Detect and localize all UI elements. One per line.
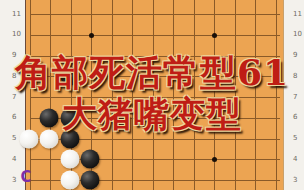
row-label-left-11: 11 (12, 11, 21, 18)
row-label-right-4: 4 (293, 156, 297, 163)
row-label-right-10: 10 (293, 31, 302, 38)
row-label-left-4: 4 (12, 156, 16, 163)
star-point-K10 (212, 33, 217, 38)
row-label-left-10: 10 (12, 31, 21, 38)
row-label-right-5: 5 (293, 135, 297, 142)
star-point-D10 (89, 33, 94, 38)
row-label-right-11: 11 (293, 11, 302, 18)
row-label-left-3: 3 (12, 177, 16, 184)
star-point-K4 (212, 157, 217, 162)
white-stone-C4[interactable] (60, 150, 79, 169)
go-problem-thumbnail: 11109876543 11109876543 C 角部死活常型61 大猪嘴变型 (0, 0, 304, 190)
choice-marker-C-A3[interactable]: C (21, 168, 32, 186)
title-line-2: 大猪嘴变型 (0, 94, 304, 134)
black-stone-D3[interactable] (81, 171, 100, 190)
grid-hline-11 (30, 14, 280, 15)
grid-hline-10 (30, 35, 280, 36)
row-label-right-3: 3 (293, 177, 297, 184)
black-stone-D4[interactable] (81, 150, 100, 169)
white-stone-C3[interactable] (60, 171, 79, 190)
title-line-1: 角部死活常型61 (0, 52, 304, 92)
row-label-left-5: 5 (12, 135, 16, 142)
